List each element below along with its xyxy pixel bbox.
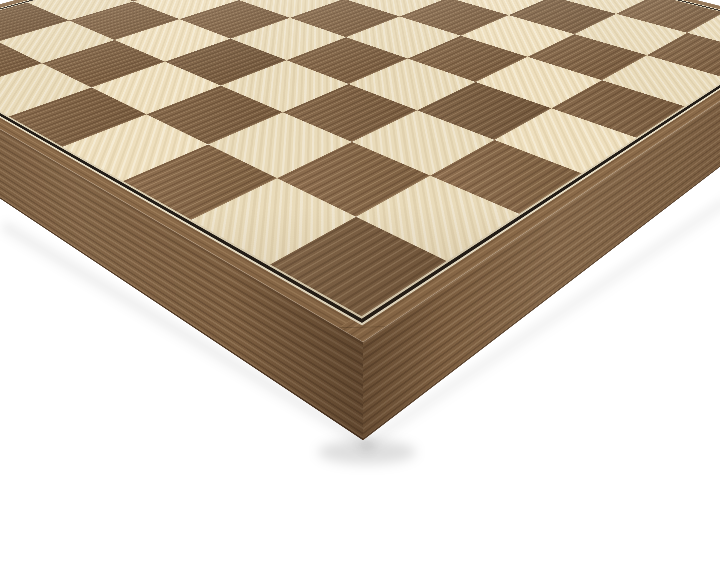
photo-canvas xyxy=(0,0,720,576)
board-shadow-corner xyxy=(318,440,416,464)
board-top-surface xyxy=(0,0,720,342)
